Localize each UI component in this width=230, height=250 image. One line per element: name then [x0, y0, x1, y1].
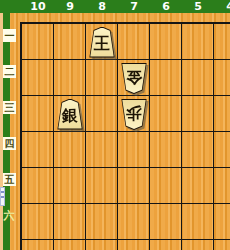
board-square[interactable] — [150, 60, 182, 96]
file-label: 6 — [162, 0, 170, 13]
board-square[interactable] — [54, 204, 86, 240]
board-square[interactable] — [86, 204, 118, 240]
board-square[interactable] — [150, 168, 182, 204]
board-square[interactable] — [182, 240, 214, 250]
board-square[interactable] — [182, 204, 214, 240]
board-square[interactable] — [214, 132, 230, 168]
board-square[interactable] — [86, 168, 118, 204]
file-label: 9 — [66, 0, 74, 13]
rank-label: 四 — [3, 137, 16, 150]
piece-kanji: 王 — [94, 36, 110, 52]
shogi-board[interactable] — [20, 22, 230, 250]
rank-label: 六 — [2, 209, 16, 223]
board-square[interactable] — [182, 60, 214, 96]
board-square[interactable] — [150, 96, 182, 132]
scrollbar-thumb[interactable] — [0, 187, 5, 206]
board-square[interactable] — [54, 60, 86, 96]
board-square[interactable] — [86, 60, 118, 96]
board-square[interactable] — [118, 132, 150, 168]
board-square[interactable] — [214, 168, 230, 204]
board-square[interactable] — [54, 168, 86, 204]
file-label: 8 — [98, 0, 106, 13]
board-square[interactable] — [54, 240, 86, 250]
board-square[interactable] — [22, 132, 54, 168]
board-square[interactable] — [214, 96, 230, 132]
board-square[interactable] — [86, 240, 118, 250]
board-square[interactable] — [182, 24, 214, 60]
board-square[interactable] — [182, 132, 214, 168]
rank-label: 一 — [3, 29, 16, 42]
file-label: 5 — [194, 0, 202, 13]
shogi-piece-king-sente[interactable]: 王 — [88, 27, 116, 58]
board-square[interactable] — [86, 96, 118, 132]
board-square[interactable] — [22, 24, 54, 60]
piece-kanji: 金 — [126, 69, 142, 85]
file-label: 4 — [226, 0, 230, 13]
board-square[interactable] — [118, 204, 150, 240]
board-square[interactable] — [86, 132, 118, 168]
file-coordinates-bar: 10987654 — [0, 0, 230, 13]
board-square[interactable] — [22, 240, 54, 250]
board-square[interactable] — [150, 132, 182, 168]
shogi-piece-pawn-gote[interactable]: 歩 — [120, 99, 148, 130]
board-square[interactable] — [182, 168, 214, 204]
board-square[interactable] — [150, 204, 182, 240]
board-square[interactable] — [214, 60, 230, 96]
board-square[interactable] — [22, 60, 54, 96]
file-label: 10 — [30, 0, 45, 13]
board-square[interactable] — [118, 168, 150, 204]
board-square[interactable] — [214, 24, 230, 60]
piece-kanji: 銀 — [62, 108, 78, 124]
file-label: 7 — [130, 0, 138, 13]
rank-label: 五 — [3, 173, 16, 186]
shogi-piece-silver-sente[interactable]: 銀 — [56, 99, 84, 130]
board-square[interactable] — [118, 24, 150, 60]
board-square[interactable] — [22, 168, 54, 204]
board-square[interactable] — [150, 240, 182, 250]
board-square[interactable] — [54, 132, 86, 168]
rank-label: 二 — [3, 65, 16, 78]
board-square[interactable] — [118, 240, 150, 250]
rank-label: 三 — [3, 101, 16, 114]
board-square[interactable] — [214, 240, 230, 250]
board-square[interactable] — [182, 96, 214, 132]
board-square[interactable] — [22, 204, 54, 240]
shogi-piece-gold-gote[interactable]: 金 — [120, 63, 148, 94]
piece-kanji: 歩 — [126, 105, 142, 121]
board-square[interactable] — [150, 24, 182, 60]
shogi-app-window: 10987654 一二三四五六王金歩銀 — [0, 0, 230, 250]
board-square[interactable] — [214, 204, 230, 240]
board-square[interactable] — [54, 24, 86, 60]
board-square[interactable] — [22, 96, 54, 132]
